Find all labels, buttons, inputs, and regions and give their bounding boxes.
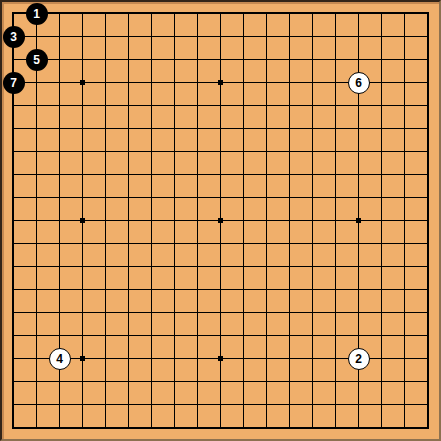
stone-black-5: 5 [26,49,48,71]
star-point [80,80,85,85]
stone-black-3: 3 [3,26,25,48]
stone-white-6: 6 [348,72,370,94]
star-point [218,218,223,223]
board-grid: 1234567 [2,2,439,439]
star-point [218,356,223,361]
star-point [218,80,223,85]
stone-black-7: 7 [3,72,25,94]
stone-white-4: 4 [49,348,71,370]
stone-black-1: 1 [26,3,48,25]
star-point [356,218,361,223]
star-point [80,356,85,361]
stone-white-2: 2 [348,348,370,370]
go-board: 1234567 [0,0,441,441]
star-point [80,218,85,223]
